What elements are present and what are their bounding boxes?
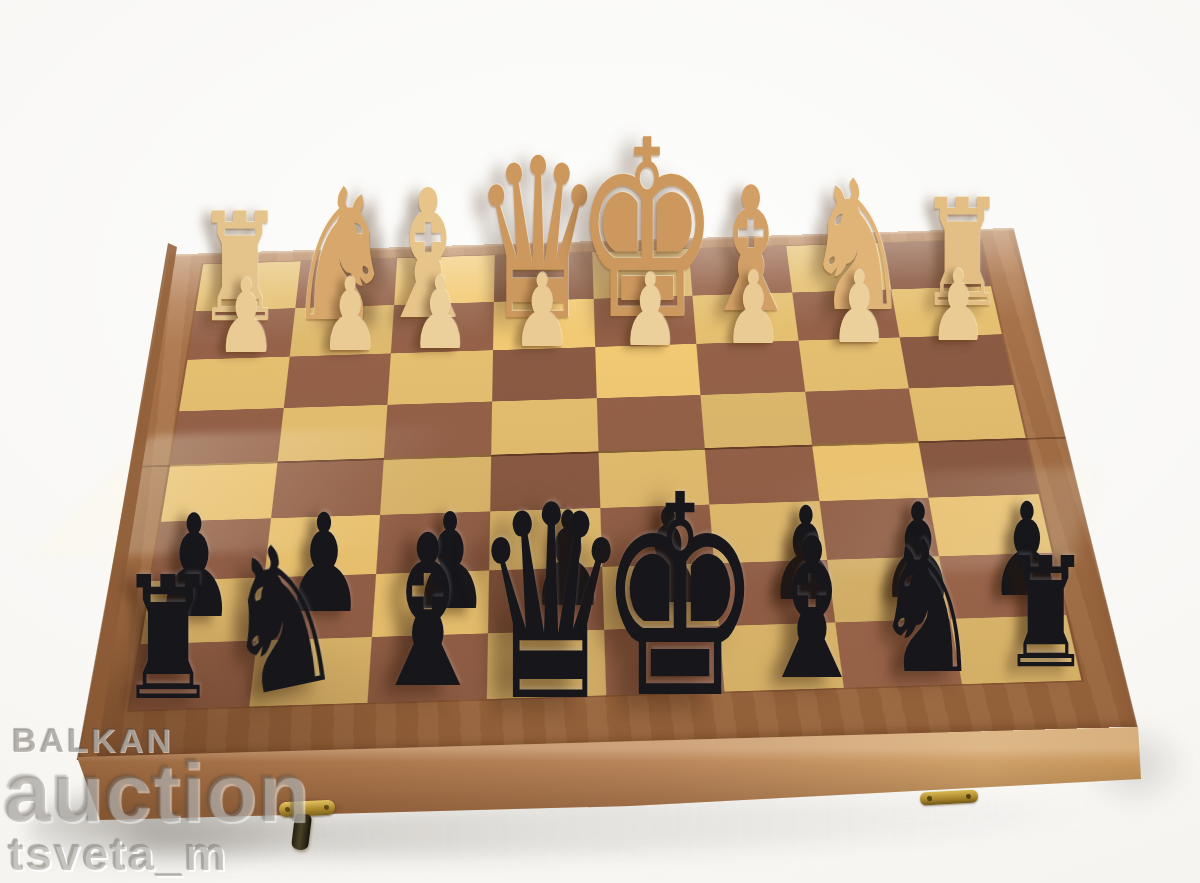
square-r1c7-light [786, 243, 891, 292]
square-r8c6-light [719, 622, 843, 692]
square-r4c2-light [277, 404, 388, 461]
auction-photo-scene: ♜♞♝♛♚♝♞♜♟♟♟♟♟♟♟♟♟♟♟♟♟♟♟♟♜♞♝♛♚♝♞♜ BALKAN … [0, 0, 1200, 883]
square-r5c6-dark [705, 445, 819, 505]
square-r7c3-light [372, 570, 489, 636]
square-r5c5-light [598, 448, 709, 508]
square-r2c8-light [891, 286, 1001, 337]
square-r7c6-dark [714, 560, 835, 626]
square-r1c6-dark [689, 246, 792, 295]
square-r5c3-light [380, 455, 491, 515]
square-r2c1-dark [188, 308, 295, 360]
square-r7c7-light [827, 556, 951, 622]
square-r6c6-light [709, 501, 826, 564]
square-r6c8-light [929, 494, 1052, 556]
square-r6c7-dark [819, 497, 939, 560]
square-r4c7-dark [805, 388, 919, 445]
square-r1c3-light [394, 255, 494, 304]
square-r3c4-dark [492, 347, 596, 401]
square-r8c3-dark [368, 633, 488, 703]
square-r3c7-light [798, 337, 909, 391]
square-r8c8-light [951, 615, 1082, 684]
square-r2c4-light [493, 298, 595, 350]
square-r1c4-dark [494, 252, 593, 301]
square-r6c3-dark [376, 511, 490, 574]
square-r7c1-light [141, 578, 264, 644]
square-r8c7-dark [835, 618, 963, 687]
square-r8c5-dark [604, 626, 725, 696]
square-r1c1-light [196, 261, 301, 311]
square-r5c2-dark [271, 458, 384, 518]
square-r2c2-light [289, 305, 394, 357]
square-r7c2-dark [257, 574, 377, 640]
square-r4c1-dark [170, 408, 283, 465]
square-r7c4-dark [488, 567, 604, 633]
square-r6c1-dark [151, 518, 270, 581]
square-r3c2-dark [283, 353, 391, 407]
square-r6c4-light [489, 508, 602, 571]
square-r2c5-dark [593, 295, 696, 347]
square-r5c1-light [161, 461, 277, 521]
square-r4c6-light [701, 391, 812, 448]
square-r5c4-dark [490, 451, 600, 511]
square-r8c2-light [249, 637, 372, 707]
square-r8c4-light [487, 629, 606, 699]
board-top-surface [77, 228, 1138, 760]
square-r5c8-dark [919, 438, 1039, 497]
square-r3c6-dark [696, 341, 804, 395]
chess-box [0, 0, 1200, 883]
square-r3c3-light [388, 350, 493, 404]
square-r1c5-light [592, 249, 693, 298]
square-r2c6-light [693, 292, 799, 344]
square-r7c8-dark [939, 553, 1066, 619]
square-r4c3-dark [384, 401, 492, 458]
square-r8c1-dark [130, 640, 257, 710]
square-r6c2-light [264, 515, 381, 578]
square-r1c2-dark [295, 258, 398, 308]
square-r5c7-light [812, 441, 929, 500]
chess-board [130, 240, 1081, 710]
square-r7c5-light [602, 563, 720, 629]
square-r2c7-dark [792, 289, 900, 340]
square-r4c4-light [491, 398, 598, 455]
square-r6c5-dark [600, 504, 714, 567]
square-r3c1-light [179, 357, 289, 411]
square-r4c5-dark [596, 395, 705, 452]
square-r3c8-dark [900, 334, 1013, 388]
square-r2c3-dark [391, 302, 494, 354]
square-r3c5-light [595, 344, 701, 398]
square-r1c8-dark [883, 240, 991, 289]
square-r4c8-light [909, 385, 1026, 442]
